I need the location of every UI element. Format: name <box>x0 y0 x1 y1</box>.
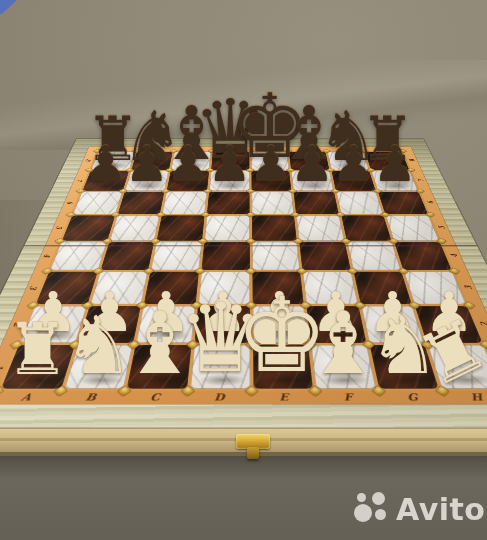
clasp-hook <box>247 447 259 459</box>
chess-board: ABCDEFGH ABCDEFGH 87654321 87654321 <box>0 139 487 427</box>
avito-watermark-text: Avito <box>396 492 485 527</box>
box-shadow <box>0 452 487 478</box>
photo-scene: ABCDEFGH ABCDEFGH 87654321 87654321 ♜♞♝♛… <box>0 0 487 540</box>
cloth-fold <box>0 60 487 150</box>
light-sheen <box>0 139 487 427</box>
avito-watermark: Avito <box>352 490 482 530</box>
